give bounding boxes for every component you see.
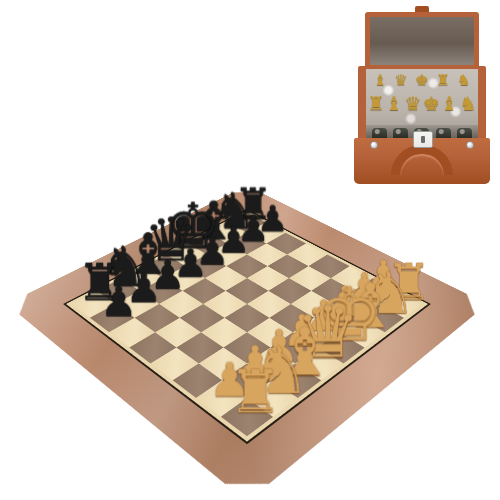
product-photo: ♜♞♝♛♚♝♞♜♟♟♟♟♟♟♟♟♟♟♟♟♟♟♟♟♜♞♝♛♚♝♞♜ ♝♛♚♜♞ ♜…: [0, 0, 500, 500]
case-body: ♝♛♚♜♞ ♜♝♛♚♝♞: [358, 66, 486, 140]
case-gold-piece: ♝: [386, 92, 403, 114]
case-front-panel: [354, 138, 490, 184]
case-gold-piece: ♛: [394, 71, 407, 89]
square-g5: [268, 255, 309, 279]
case-gold-piece: ♝: [441, 92, 458, 114]
case-gold-piece: ♜: [367, 92, 384, 114]
case-stud-left: [370, 141, 378, 149]
case-stud-right: [466, 141, 474, 149]
case-bubble-wrap: ♝♛♚♜♞ ♜♝♛♚♝♞: [366, 69, 478, 140]
case-gold-piece: ♜: [436, 71, 449, 89]
case-handle: [391, 145, 453, 175]
storage-case-inset: ♝♛♚♜♞ ♜♝♛♚♝♞: [352, 6, 492, 186]
case-gold-piece: ♚: [423, 92, 440, 114]
case-gold-piece: ♚: [415, 71, 428, 89]
case-gold-pieces-row-top: ♝♛♚♜♞: [366, 71, 478, 89]
case-gold-pieces-row-middle: ♜♝♛♚♝♞: [366, 92, 478, 114]
board-slab: ♜♞♝♛♚♝♞♜♟♟♟♟♟♟♟♟♟♟♟♟♟♟♟♟♜♞♝♛♚♝♞♜: [7, 186, 488, 500]
case-gold-piece: ♞: [457, 71, 470, 89]
case-gold-piece: ♞: [459, 92, 476, 114]
case-lid-interior: [365, 12, 479, 68]
board-pinstripe-border: ♜♞♝♛♚♝♞♜♟♟♟♟♟♟♟♟♟♟♟♟♟♟♟♟♜♞♝♛♚♝♞♜: [63, 209, 431, 444]
case-clasp-keyhole: [421, 136, 425, 143]
case-gold-piece: ♛: [404, 92, 421, 114]
case-clasp-lock: [413, 131, 433, 148]
black-pawn: ♟: [100, 281, 137, 322]
white-rook: ♜: [228, 362, 282, 422]
case-gold-piece: ♝: [373, 71, 386, 89]
